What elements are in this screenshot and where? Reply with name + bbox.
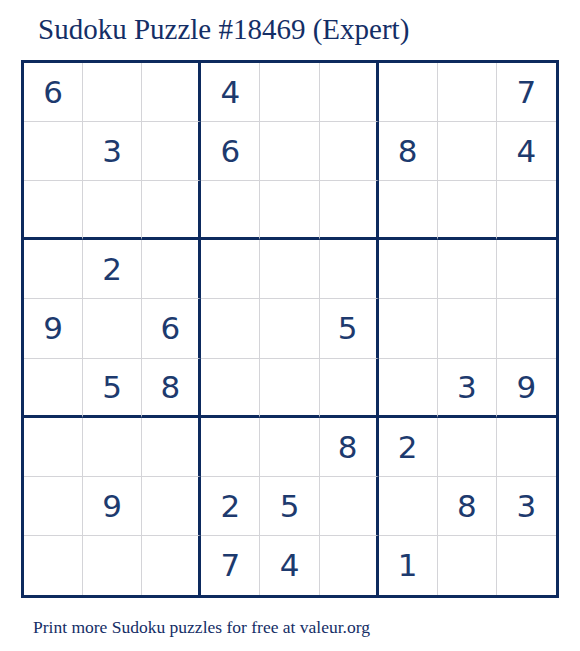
sudoku-cell-r8c3 (142, 477, 201, 536)
sudoku-cell-r8c6 (320, 477, 379, 536)
sudoku-cell-r9c6 (320, 536, 379, 595)
sudoku-cell-r8c7 (379, 477, 438, 536)
sudoku-cell-r3c3 (142, 181, 201, 240)
sudoku-cell-r5c6: 5 (320, 299, 379, 358)
sudoku-cell-r9c2 (83, 536, 142, 595)
sudoku-cell-r4c3 (142, 240, 201, 299)
sudoku-cell-r2c9: 4 (497, 122, 556, 181)
sudoku-cell-r5c4 (201, 299, 260, 358)
page-title: Sudoku Puzzle #18469 (Expert) (38, 12, 409, 46)
sudoku-cell-r3c2 (83, 181, 142, 240)
sudoku-cell-r9c1 (24, 536, 83, 595)
sudoku-cell-r1c5 (260, 63, 319, 122)
sudoku-cell-r6c5 (260, 359, 319, 418)
sudoku-cell-r4c5 (260, 240, 319, 299)
sudoku-cell-r3c9 (497, 181, 556, 240)
sudoku-cell-r8c8: 8 (438, 477, 497, 536)
sudoku-cell-r7c1 (24, 418, 83, 477)
sudoku-cell-r9c8 (438, 536, 497, 595)
sudoku-cell-r9c4: 7 (201, 536, 260, 595)
sudoku-cell-r1c1: 6 (24, 63, 83, 122)
sudoku-cell-r5c8 (438, 299, 497, 358)
sudoku-cell-r6c3: 8 (142, 359, 201, 418)
sudoku-cell-r7c7: 2 (379, 418, 438, 477)
sudoku-cell-r8c4: 2 (201, 477, 260, 536)
sudoku-cell-r1c2 (83, 63, 142, 122)
sudoku-cell-r1c7 (379, 63, 438, 122)
sudoku-cell-r3c4 (201, 181, 260, 240)
sudoku-cell-r5c3: 6 (142, 299, 201, 358)
sudoku-cell-r7c9 (497, 418, 556, 477)
sudoku-cell-r2c1 (24, 122, 83, 181)
sudoku-cell-r8c9: 3 (497, 477, 556, 536)
sudoku-cell-r9c7: 1 (379, 536, 438, 595)
sudoku-cell-r4c4 (201, 240, 260, 299)
sudoku-cell-r5c7 (379, 299, 438, 358)
sudoku-cell-r6c2: 5 (83, 359, 142, 418)
sudoku-cell-r2c6 (320, 122, 379, 181)
sudoku-cell-r4c6 (320, 240, 379, 299)
sudoku-cell-r4c7 (379, 240, 438, 299)
sudoku-cell-r2c3 (142, 122, 201, 181)
sudoku-cell-r9c5: 4 (260, 536, 319, 595)
sudoku-cell-r1c3 (142, 63, 201, 122)
sudoku-cell-r4c1 (24, 240, 83, 299)
sudoku-cell-r6c1 (24, 359, 83, 418)
sudoku-cell-r7c5 (260, 418, 319, 477)
sudoku-grid: 6473684296558398292583741 (24, 63, 556, 595)
sudoku-cell-r7c6: 8 (320, 418, 379, 477)
sudoku-cell-r2c7: 8 (379, 122, 438, 181)
footer-text: Print more Sudoku puzzles for free at va… (33, 617, 370, 638)
sudoku-cell-r6c7 (379, 359, 438, 418)
sudoku-cell-r9c9 (497, 536, 556, 595)
sudoku-cell-r7c4 (201, 418, 260, 477)
sudoku-cell-r9c3 (142, 536, 201, 595)
sudoku-cell-r5c5 (260, 299, 319, 358)
sudoku-cell-r7c3 (142, 418, 201, 477)
sudoku-cell-r4c2: 2 (83, 240, 142, 299)
sudoku-cell-r5c9 (497, 299, 556, 358)
sudoku-cell-r4c9 (497, 240, 556, 299)
sudoku-cell-r1c6 (320, 63, 379, 122)
sudoku-board: 6473684296558398292583741 (21, 60, 559, 598)
sudoku-cell-r3c6 (320, 181, 379, 240)
sudoku-cell-r2c5 (260, 122, 319, 181)
sudoku-cell-r4c8 (438, 240, 497, 299)
sudoku-cell-r3c7 (379, 181, 438, 240)
sudoku-cell-r2c4: 6 (201, 122, 260, 181)
sudoku-cell-r6c4 (201, 359, 260, 418)
sudoku-cell-r1c4: 4 (201, 63, 260, 122)
sudoku-cell-r2c2: 3 (83, 122, 142, 181)
sudoku-cell-r3c8 (438, 181, 497, 240)
sudoku-page: Sudoku Puzzle #18469 (Expert) 6473684296… (0, 0, 580, 651)
sudoku-cell-r8c1 (24, 477, 83, 536)
sudoku-cell-r5c2 (83, 299, 142, 358)
sudoku-cell-r6c6 (320, 359, 379, 418)
sudoku-cell-r1c9: 7 (497, 63, 556, 122)
sudoku-cell-r7c8 (438, 418, 497, 477)
sudoku-cell-r5c1: 9 (24, 299, 83, 358)
sudoku-cell-r2c8 (438, 122, 497, 181)
sudoku-cell-r3c1 (24, 181, 83, 240)
sudoku-cell-r8c5: 5 (260, 477, 319, 536)
sudoku-cell-r3c5 (260, 181, 319, 240)
sudoku-cell-r1c8 (438, 63, 497, 122)
sudoku-cell-r6c8: 3 (438, 359, 497, 418)
sudoku-cell-r6c9: 9 (497, 359, 556, 418)
sudoku-cell-r8c2: 9 (83, 477, 142, 536)
sudoku-cell-r7c2 (83, 418, 142, 477)
